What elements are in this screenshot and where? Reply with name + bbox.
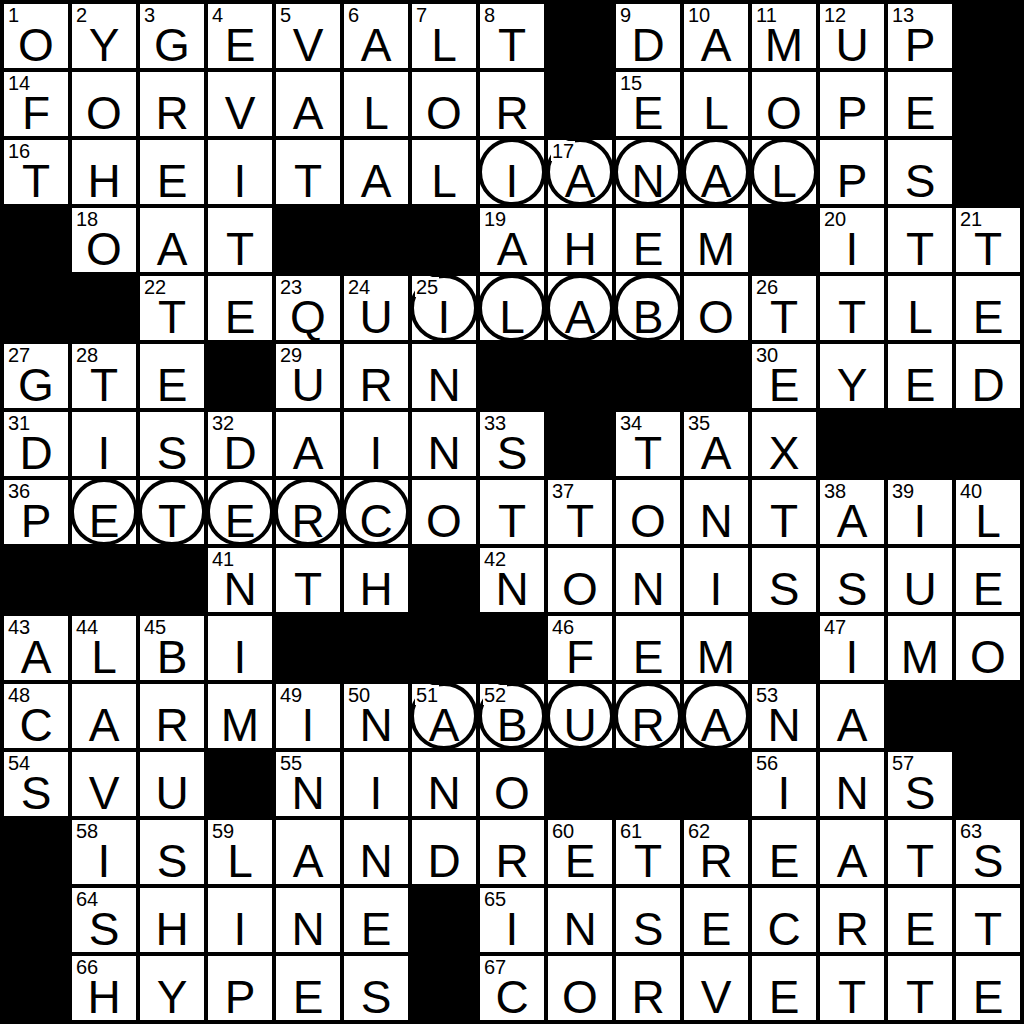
- cell-letter: U: [140, 770, 204, 816]
- cell-r1c8[interactable]: 8T: [480, 4, 544, 68]
- cell-r2c4[interactable]: V: [208, 72, 272, 136]
- cell-r1c1[interactable]: 1O: [4, 4, 68, 68]
- cell-letter: E: [956, 974, 1020, 1020]
- clue-number: 43: [7, 617, 31, 637]
- cell-r15c8[interactable]: 67C: [480, 956, 544, 1020]
- clue-number: 15: [619, 73, 643, 93]
- cell-r15c12[interactable]: E: [752, 956, 816, 1020]
- cell-r2c11[interactable]: L: [684, 72, 748, 136]
- cell-letter: L: [412, 22, 476, 68]
- black-cell-r11c14: [888, 684, 952, 748]
- cell-letter: H: [344, 566, 408, 612]
- cell-r13c8[interactable]: R: [480, 820, 544, 884]
- cell-r13c5[interactable]: A: [276, 820, 340, 884]
- clue-number: 35: [687, 413, 711, 433]
- cell-letter: O: [616, 498, 680, 544]
- black-cell-r9c3: [140, 548, 204, 612]
- cell-letter: B: [140, 634, 204, 680]
- cell-r4c10[interactable]: E: [616, 208, 680, 272]
- cell-r5c10[interactable]: B: [616, 276, 680, 340]
- cell-r9c4[interactable]: 41N: [208, 548, 272, 612]
- cell-letter: T: [752, 294, 816, 340]
- cell-r5c6[interactable]: 24U: [344, 276, 408, 340]
- clue-number: 61: [619, 821, 643, 841]
- cell-r15c10[interactable]: R: [616, 956, 680, 1020]
- cell-r8c9[interactable]: 37T: [548, 480, 612, 544]
- cell-r13c15[interactable]: 63S: [956, 820, 1020, 884]
- cell-r14c11[interactable]: E: [684, 888, 748, 952]
- cell-r11c9[interactable]: U: [548, 684, 612, 748]
- cell-r5c14[interactable]: L: [888, 276, 952, 340]
- clue-number: 49: [279, 685, 303, 705]
- cell-r3c2[interactable]: H: [72, 140, 136, 204]
- clue-number: 34: [619, 413, 643, 433]
- clue-number: 9: [619, 5, 632, 25]
- clue-number: 10: [687, 5, 711, 25]
- cell-letter: I: [208, 906, 272, 952]
- cell-letter: H: [72, 974, 136, 1020]
- cell-letter: R: [480, 90, 544, 136]
- cell-r7c10[interactable]: 34T: [616, 412, 680, 476]
- cell-r12c13[interactable]: N: [820, 752, 884, 816]
- cell-r14c2[interactable]: 64S: [72, 888, 136, 952]
- cell-r13c9[interactable]: 60E: [548, 820, 612, 884]
- black-cell-r6c10: [616, 344, 680, 408]
- cell-letter: T: [72, 362, 136, 408]
- cell-r10c11[interactable]: M: [684, 616, 748, 680]
- cell-letter: U: [344, 294, 408, 340]
- cell-r4c8[interactable]: 19A: [480, 208, 544, 272]
- cell-r9c10[interactable]: N: [616, 548, 680, 612]
- cell-r6c2[interactable]: 28T: [72, 344, 136, 408]
- cell-r4c2[interactable]: 18O: [72, 208, 136, 272]
- cell-r7c7[interactable]: N: [412, 412, 476, 476]
- cell-r3c9[interactable]: 17A: [548, 140, 612, 204]
- cell-r11c8[interactable]: 52B: [480, 684, 544, 748]
- cell-letter: O: [72, 226, 136, 272]
- cell-r11c3[interactable]: R: [140, 684, 204, 748]
- cell-letter: O: [480, 770, 544, 816]
- cell-r6c14[interactable]: E: [888, 344, 952, 408]
- cell-r11c12[interactable]: 53N: [752, 684, 816, 748]
- cell-letter: C: [4, 702, 68, 748]
- cell-r13c2[interactable]: 58I: [72, 820, 136, 884]
- cell-r3c7[interactable]: L: [412, 140, 476, 204]
- cell-letter: I: [276, 702, 340, 748]
- cell-r15c4[interactable]: P: [208, 956, 272, 1020]
- cell-r8c5[interactable]: R: [276, 480, 340, 544]
- cell-letter: N: [752, 702, 816, 748]
- cell-letter: A: [820, 498, 884, 544]
- cell-r3c12[interactable]: L: [752, 140, 816, 204]
- cell-letter: R: [616, 702, 680, 748]
- cell-r5c12[interactable]: 26T: [752, 276, 816, 340]
- cell-r14c15[interactable]: T: [956, 888, 1020, 952]
- cell-r2c6[interactable]: L: [344, 72, 408, 136]
- cell-r7c3[interactable]: S: [140, 412, 204, 476]
- cell-r11c5[interactable]: 49I: [276, 684, 340, 748]
- clue-number: 4: [211, 5, 224, 25]
- cell-r15c9[interactable]: O: [548, 956, 612, 1020]
- clue-number: 42: [483, 549, 507, 569]
- clue-number: 19: [483, 209, 507, 229]
- cell-r7c4[interactable]: 32D: [208, 412, 272, 476]
- cell-letter: E: [140, 362, 204, 408]
- cell-r2c5[interactable]: A: [276, 72, 340, 136]
- cell-r5c11[interactable]: O: [684, 276, 748, 340]
- cell-r14c9[interactable]: N: [548, 888, 612, 952]
- cell-letter: N: [548, 906, 612, 952]
- cell-letter: T: [208, 226, 272, 272]
- cell-letter: H: [140, 906, 204, 952]
- cell-r1c7[interactable]: 7L: [412, 4, 476, 68]
- cell-r11c10[interactable]: R: [616, 684, 680, 748]
- cell-r5c13[interactable]: T: [820, 276, 884, 340]
- cell-r6c1[interactable]: 27G: [4, 344, 68, 408]
- cell-r15c2[interactable]: 66H: [72, 956, 136, 1020]
- cell-r8c1[interactable]: 36P: [4, 480, 68, 544]
- cell-r12c1[interactable]: 54S: [4, 752, 68, 816]
- cell-r9c14[interactable]: U: [888, 548, 952, 612]
- cell-r12c5[interactable]: 55N: [276, 752, 340, 816]
- cell-r4c9[interactable]: H: [548, 208, 612, 272]
- black-cell-r1c15: [956, 4, 1020, 68]
- cell-r6c12[interactable]: 30E: [752, 344, 816, 408]
- cell-r10c3[interactable]: 45B: [140, 616, 204, 680]
- cell-r9c12[interactable]: S: [752, 548, 816, 612]
- clue-number: 58: [75, 821, 99, 841]
- cell-r3c6[interactable]: A: [344, 140, 408, 204]
- cell-letter: E: [616, 226, 680, 272]
- cell-r14c3[interactable]: H: [140, 888, 204, 952]
- cell-letter: O: [412, 498, 476, 544]
- black-cell-r10c12: [752, 616, 816, 680]
- cell-r8c12[interactable]: T: [752, 480, 816, 544]
- cell-letter: S: [956, 838, 1020, 884]
- cell-r12c2[interactable]: V: [72, 752, 136, 816]
- cell-r1c3[interactable]: 3G: [140, 4, 204, 68]
- black-cell-r6c9: [548, 344, 612, 408]
- cell-letter: O: [752, 90, 816, 136]
- cell-r12c12[interactable]: 56I: [752, 752, 816, 816]
- cell-r5c4[interactable]: E: [208, 276, 272, 340]
- cell-r12c6[interactable]: I: [344, 752, 408, 816]
- cell-r3c14[interactable]: S: [888, 140, 952, 204]
- cell-r6c13[interactable]: Y: [820, 344, 884, 408]
- cell-letter: N: [820, 770, 884, 816]
- cell-r11c4[interactable]: M: [208, 684, 272, 748]
- cell-r2c10[interactable]: 15E: [616, 72, 680, 136]
- cell-r8c14[interactable]: 39I: [888, 480, 952, 544]
- clue-number: 41: [211, 549, 235, 569]
- cell-r10c14[interactable]: M: [888, 616, 952, 680]
- cell-r2c3[interactable]: R: [140, 72, 204, 136]
- cell-r14c14[interactable]: E: [888, 888, 952, 952]
- cell-r10c9[interactable]: 46F: [548, 616, 612, 680]
- cell-r8c15[interactable]: 40L: [956, 480, 1020, 544]
- cell-r9c5[interactable]: T: [276, 548, 340, 612]
- cell-r4c15[interactable]: 21T: [956, 208, 1020, 272]
- cell-letter: G: [140, 22, 204, 68]
- cell-r1c14[interactable]: 13P: [888, 4, 952, 68]
- cell-letter: C: [752, 906, 816, 952]
- cell-letter: S: [888, 158, 952, 204]
- cell-letter: N: [344, 702, 408, 748]
- cell-r3c3[interactable]: E: [140, 140, 204, 204]
- cell-r8c6[interactable]: C: [344, 480, 408, 544]
- cell-r13c7[interactable]: D: [412, 820, 476, 884]
- cell-letter: A: [684, 702, 748, 748]
- cell-r9c6[interactable]: H: [344, 548, 408, 612]
- cell-r8c8[interactable]: T: [480, 480, 544, 544]
- black-cell-r14c7: [412, 888, 476, 952]
- cell-letter: I: [480, 158, 544, 204]
- cell-r13c3[interactable]: S: [140, 820, 204, 884]
- cell-r13c14[interactable]: T: [888, 820, 952, 884]
- cell-r8c10[interactable]: O: [616, 480, 680, 544]
- cell-r7c12[interactable]: X: [752, 412, 816, 476]
- cell-letter: M: [752, 22, 816, 68]
- cell-letter: A: [548, 294, 612, 340]
- cell-r4c4[interactable]: T: [208, 208, 272, 272]
- cell-r10c10[interactable]: E: [616, 616, 680, 680]
- cell-r9c15[interactable]: E: [956, 548, 1020, 612]
- cell-r14c8[interactable]: 65I: [480, 888, 544, 952]
- cell-r1c13[interactable]: 12U: [820, 4, 884, 68]
- cell-r14c13[interactable]: R: [820, 888, 884, 952]
- cell-r1c11[interactable]: 10A: [684, 4, 748, 68]
- cell-letter: O: [4, 22, 68, 68]
- black-cell-r11c15: [956, 684, 1020, 748]
- cell-r3c10[interactable]: N: [616, 140, 680, 204]
- cell-r13c12[interactable]: E: [752, 820, 816, 884]
- cell-letter: V: [684, 974, 748, 1020]
- cell-r5c15[interactable]: E: [956, 276, 1020, 340]
- cell-letter: I: [412, 294, 476, 340]
- black-cell-r9c2: [72, 548, 136, 612]
- cell-r2c1[interactable]: 14F: [4, 72, 68, 136]
- cell-r5c7[interactable]: 25I: [412, 276, 476, 340]
- cell-letter: A: [684, 158, 748, 204]
- cell-r7c8[interactable]: 33S: [480, 412, 544, 476]
- cell-r2c2[interactable]: O: [72, 72, 136, 136]
- cell-r9c11[interactable]: I: [684, 548, 748, 612]
- cell-r1c6[interactable]: 6A: [344, 4, 408, 68]
- cell-r6c15[interactable]: D: [956, 344, 1020, 408]
- cell-r3c13[interactable]: P: [820, 140, 884, 204]
- cell-r10c15[interactable]: O: [956, 616, 1020, 680]
- cell-r13c13[interactable]: A: [820, 820, 884, 884]
- cell-r7c2[interactable]: I: [72, 412, 136, 476]
- cell-r10c2[interactable]: 44L: [72, 616, 136, 680]
- cell-letter: Y: [140, 974, 204, 1020]
- cell-letter: A: [480, 226, 544, 272]
- cell-letter: T: [820, 974, 884, 1020]
- cell-r11c6[interactable]: 50N: [344, 684, 408, 748]
- cell-r15c14[interactable]: T: [888, 956, 952, 1020]
- cell-r14c4[interactable]: I: [208, 888, 272, 952]
- cell-r11c2[interactable]: A: [72, 684, 136, 748]
- cell-letter: V: [208, 90, 272, 136]
- cell-r9c8[interactable]: 42N: [480, 548, 544, 612]
- black-cell-r13c1: [4, 820, 68, 884]
- black-cell-r7c13: [820, 412, 884, 476]
- cell-r13c11[interactable]: 62R: [684, 820, 748, 884]
- clue-number: 65: [483, 889, 507, 909]
- cell-r6c6[interactable]: R: [344, 344, 408, 408]
- clue-number: 8: [483, 5, 496, 25]
- cell-r3c5[interactable]: T: [276, 140, 340, 204]
- cell-r4c13[interactable]: 20I: [820, 208, 884, 272]
- cell-r14c6[interactable]: E: [344, 888, 408, 952]
- cell-letter: N: [616, 158, 680, 204]
- cell-r2c7[interactable]: O: [412, 72, 476, 136]
- cell-r13c10[interactable]: 61T: [616, 820, 680, 884]
- cell-letter: R: [140, 702, 204, 748]
- cell-r14c10[interactable]: S: [616, 888, 680, 952]
- cell-letter: T: [548, 498, 612, 544]
- cell-r3c11[interactable]: A: [684, 140, 748, 204]
- cell-letter: D: [616, 22, 680, 68]
- cell-r9c13[interactable]: S: [820, 548, 884, 612]
- cell-letter: O: [684, 294, 748, 340]
- cell-r3c1[interactable]: 16T: [4, 140, 68, 204]
- black-cell-r2c15: [956, 72, 1020, 136]
- cell-r1c4[interactable]: 4E: [208, 4, 272, 68]
- cell-r5c5[interactable]: 23Q: [276, 276, 340, 340]
- black-cell-r15c7: [412, 956, 476, 1020]
- cell-r15c15[interactable]: E: [956, 956, 1020, 1020]
- cell-letter: A: [820, 838, 884, 884]
- cell-r9c9[interactable]: O: [548, 548, 612, 612]
- cell-r4c11[interactable]: M: [684, 208, 748, 272]
- cell-r10c13[interactable]: 47I: [820, 616, 884, 680]
- black-cell-r15c1: [4, 956, 68, 1020]
- black-cell-r12c15: [956, 752, 1020, 816]
- cell-r15c6[interactable]: S: [344, 956, 408, 1020]
- cell-r1c10[interactable]: 9D: [616, 4, 680, 68]
- black-cell-r12c9: [548, 752, 612, 816]
- cell-r8c7[interactable]: O: [412, 480, 476, 544]
- cell-letter: M: [208, 702, 272, 748]
- clue-number: 33: [483, 413, 507, 433]
- cell-letter: P: [820, 90, 884, 136]
- cell-r8c11[interactable]: N: [684, 480, 748, 544]
- cell-r3c8[interactable]: I: [480, 140, 544, 204]
- cell-r11c13[interactable]: A: [820, 684, 884, 748]
- cell-r15c11[interactable]: V: [684, 956, 748, 1020]
- cell-r15c5[interactable]: E: [276, 956, 340, 1020]
- cell-r5c3[interactable]: 22T: [140, 276, 204, 340]
- cell-r10c4[interactable]: I: [208, 616, 272, 680]
- black-cell-r1c9: [548, 4, 612, 68]
- cell-r6c3[interactable]: E: [140, 344, 204, 408]
- clue-number: 3: [143, 5, 156, 25]
- cell-letter: L: [344, 90, 408, 136]
- cell-r7c11[interactable]: 35A: [684, 412, 748, 476]
- clue-number: 52: [483, 685, 507, 705]
- cell-r11c7[interactable]: 51A: [412, 684, 476, 748]
- cell-letter: S: [616, 906, 680, 952]
- cell-letter: R: [684, 838, 748, 884]
- cell-r5c9[interactable]: A: [548, 276, 612, 340]
- cell-letter: M: [684, 226, 748, 272]
- cell-letter: T: [480, 498, 544, 544]
- clue-number: 59: [211, 821, 235, 841]
- cell-r13c6[interactable]: N: [344, 820, 408, 884]
- cell-letter: D: [956, 362, 1020, 408]
- cell-r8c4[interactable]: E: [208, 480, 272, 544]
- cell-r10c1[interactable]: 43A: [4, 616, 68, 680]
- cell-r1c12[interactable]: 11M: [752, 4, 816, 68]
- cell-r11c1[interactable]: 48C: [4, 684, 68, 748]
- cell-letter: Y: [820, 362, 884, 408]
- cell-r1c5[interactable]: 5V: [276, 4, 340, 68]
- cell-letter: S: [140, 838, 204, 884]
- black-cell-r6c8: [480, 344, 544, 408]
- cell-r6c5[interactable]: 29U: [276, 344, 340, 408]
- cell-letter: T: [752, 498, 816, 544]
- cell-r7c1[interactable]: 31D: [4, 412, 68, 476]
- cell-letter: E: [752, 838, 816, 884]
- cell-r2c14[interactable]: E: [888, 72, 952, 136]
- cell-letter: I: [344, 430, 408, 476]
- cell-r2c8[interactable]: R: [480, 72, 544, 136]
- cell-letter: U: [820, 22, 884, 68]
- clue-number: 29: [279, 345, 303, 365]
- cell-letter: I: [820, 634, 884, 680]
- cell-r8c13[interactable]: 38A: [820, 480, 884, 544]
- cell-letter: S: [752, 566, 816, 612]
- cell-letter: T: [616, 838, 680, 884]
- cell-r15c3[interactable]: Y: [140, 956, 204, 1020]
- cell-r2c13[interactable]: P: [820, 72, 884, 136]
- cell-r12c14[interactable]: 57S: [888, 752, 952, 816]
- cell-r1c2[interactable]: 2Y: [72, 4, 136, 68]
- cell-r8c2[interactable]: E: [72, 480, 136, 544]
- cell-letter: N: [276, 770, 340, 816]
- cell-r15c13[interactable]: T: [820, 956, 884, 1020]
- cell-r12c8[interactable]: O: [480, 752, 544, 816]
- clue-number: 51: [415, 685, 439, 705]
- cell-r2c12[interactable]: O: [752, 72, 816, 136]
- clue-number: 20: [823, 209, 847, 229]
- cell-r4c14[interactable]: T: [888, 208, 952, 272]
- clue-number: 11: [755, 5, 778, 25]
- cell-r12c7[interactable]: N: [412, 752, 476, 816]
- cell-r11c11[interactable]: A: [684, 684, 748, 748]
- cell-letter: P: [820, 158, 884, 204]
- cell-letter: E: [72, 498, 136, 544]
- cell-letter: P: [4, 498, 68, 544]
- cell-r5c8[interactable]: L: [480, 276, 544, 340]
- black-cell-r14c1: [4, 888, 68, 952]
- cell-r8c3[interactable]: T: [140, 480, 204, 544]
- cell-letter: C: [344, 498, 408, 544]
- cell-r4c3[interactable]: A: [140, 208, 204, 272]
- cell-letter: N: [412, 362, 476, 408]
- cell-r14c12[interactable]: C: [752, 888, 816, 952]
- cell-r12c3[interactable]: U: [140, 752, 204, 816]
- cell-letter: V: [276, 22, 340, 68]
- cell-r14c5[interactable]: N: [276, 888, 340, 952]
- black-cell-r9c1: [4, 548, 68, 612]
- cell-r7c5[interactable]: A: [276, 412, 340, 476]
- cell-r6c7[interactable]: N: [412, 344, 476, 408]
- cell-r7c6[interactable]: I: [344, 412, 408, 476]
- cell-r13c4[interactable]: 59L: [208, 820, 272, 884]
- cell-r3c4[interactable]: I: [208, 140, 272, 204]
